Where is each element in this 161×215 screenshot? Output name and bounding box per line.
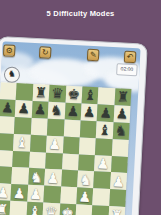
square[interactable]: ♟ — [11, 184, 28, 202]
square[interactable]: ♝ — [82, 86, 99, 104]
chess-piece: ♜ — [0, 202, 9, 215]
chess-piece: ♟ — [34, 102, 47, 117]
square[interactable] — [109, 189, 126, 207]
tablet-frame: ⚙ ↻ ✎ ↶ 02:00 ♞ ♜♛♚♝♜♟♟♟♞♟♟♟♟♝♞♝♟♟♞♟♞♟♟♟… — [0, 36, 148, 215]
chess-piece: ♟ — [96, 156, 109, 171]
square[interactable] — [93, 189, 110, 207]
square[interactable] — [14, 117, 31, 135]
square[interactable]: ♟ — [46, 135, 63, 153]
square[interactable]: ♞ — [113, 122, 130, 140]
chess-piece: ♟ — [17, 101, 30, 116]
square[interactable] — [111, 156, 128, 174]
chess-piece: ♟ — [115, 107, 128, 122]
chess-piece: ♚ — [67, 87, 80, 102]
app-screen: ⚙ ↻ ✎ ↶ 02:00 ♞ ♜♛♚♝♜♟♟♟♞♟♟♟♟♝♞♝♟♟♞♟♞♟♟♟… — [0, 41, 141, 215]
square[interactable] — [0, 82, 17, 100]
chess-piece: ♟ — [46, 171, 59, 186]
square[interactable]: ♟ — [81, 103, 98, 121]
square[interactable] — [78, 154, 95, 172]
square[interactable] — [0, 150, 13, 168]
refresh-icon: ↻ — [40, 47, 51, 59]
square[interactable]: ♝ — [26, 202, 43, 215]
undo-button[interactable]: ↶ — [124, 51, 137, 64]
square[interactable] — [60, 187, 77, 205]
square[interactable] — [98, 87, 115, 105]
square[interactable] — [44, 186, 61, 204]
square[interactable] — [29, 151, 46, 169]
square[interactable]: ♝ — [96, 121, 113, 139]
chess-piece: ♟ — [29, 187, 42, 202]
chess-piece: ♚ — [61, 205, 74, 215]
chess-piece: ♝ — [15, 135, 28, 150]
square[interactable]: ♟ — [76, 188, 93, 206]
square[interactable] — [0, 167, 13, 185]
square[interactable]: ♞ — [48, 102, 65, 120]
new-game-button[interactable]: ↻ — [39, 46, 52, 59]
chess-piece: ♟ — [48, 137, 61, 152]
square[interactable]: ♜ — [114, 88, 131, 106]
square[interactable] — [75, 205, 92, 215]
square[interactable] — [0, 133, 14, 151]
square[interactable] — [47, 119, 64, 137]
square[interactable] — [10, 201, 27, 215]
chess-piece: ♞ — [114, 123, 127, 138]
square[interactable] — [80, 120, 97, 138]
square[interactable] — [12, 167, 29, 185]
square[interactable]: ♛ — [43, 203, 60, 215]
chess-piece: ♝ — [98, 123, 111, 138]
square[interactable]: ♟ — [32, 101, 49, 119]
page-title: 5 Difficulty Modes — [0, 9, 161, 18]
timer-badge: 02:00 — [116, 63, 138, 76]
chess-piece: ♟ — [0, 185, 10, 200]
square[interactable]: ♜ — [32, 84, 49, 102]
menu-button[interactable]: ⚙ — [3, 44, 16, 57]
chess-piece: ♟ — [13, 186, 26, 201]
square[interactable] — [112, 139, 129, 157]
pencil-icon: ✎ — [88, 49, 99, 61]
chess-piece: ♟ — [1, 101, 14, 116]
chess-piece: ♞ — [79, 172, 92, 187]
square[interactable] — [31, 118, 48, 136]
square[interactable]: ♝ — [13, 134, 30, 152]
square[interactable] — [79, 137, 96, 155]
undo-arrow-icon: ↶ — [125, 51, 136, 63]
square[interactable]: ♞ — [77, 171, 94, 189]
square[interactable]: ♟ — [94, 155, 111, 173]
square[interactable]: ♛ — [49, 85, 66, 103]
chess-board[interactable]: ♜♛♚♝♜♟♟♟♞♟♟♟♟♝♞♝♟♟♞♟♞♟♟♟♟♟♜♝♛♚♜ — [0, 82, 132, 215]
square[interactable] — [63, 136, 80, 154]
square[interactable] — [45, 152, 62, 170]
chess-piece: ♛ — [45, 204, 58, 215]
black-knight-icon: ♞ — [8, 69, 17, 79]
square[interactable] — [93, 172, 110, 190]
square[interactable]: ♟ — [97, 104, 114, 122]
chess-piece: ♟ — [78, 189, 91, 204]
square[interactable] — [63, 119, 80, 137]
gear-icon: ⚙ — [4, 45, 15, 57]
square[interactable] — [92, 205, 109, 215]
chess-piece: ♝ — [84, 88, 97, 103]
chess-piece: ♛ — [51, 86, 64, 101]
chess-piece: ♜ — [116, 90, 129, 105]
square[interactable]: ♟ — [44, 169, 61, 187]
chess-piece: ♜ — [110, 208, 123, 215]
chess-piece: ♟ — [83, 105, 96, 120]
chess-piece: ♟ — [99, 106, 112, 121]
square[interactable]: ♟ — [15, 100, 32, 118]
square[interactable] — [16, 83, 33, 101]
square[interactable]: ♟ — [27, 185, 44, 203]
square[interactable] — [30, 135, 47, 153]
square[interactable] — [13, 151, 30, 169]
square[interactable] — [62, 153, 79, 171]
square[interactable]: ♟ — [110, 173, 127, 191]
chess-piece: ♜ — [34, 85, 47, 100]
square[interactable]: ♚ — [65, 86, 82, 104]
square[interactable]: ♞ — [28, 168, 45, 186]
chess-piece: ♝ — [28, 204, 41, 215]
square[interactable] — [61, 170, 78, 188]
chess-piece: ♟ — [112, 174, 125, 189]
chess-piece: ♞ — [50, 103, 63, 118]
square[interactable] — [95, 138, 112, 156]
edit-button[interactable]: ✎ — [87, 49, 100, 62]
square[interactable]: ♟ — [64, 102, 81, 120]
square[interactable]: ♜ — [108, 206, 125, 215]
square[interactable]: ♚ — [59, 204, 76, 215]
chess-piece: ♞ — [30, 170, 43, 185]
chess-piece: ♟ — [66, 104, 79, 119]
screenshot-root: 5 Difficulty Modes ⚙ ↻ ✎ ↶ 02:00 ♞ — [0, 0, 161, 215]
square[interactable]: ♟ — [113, 105, 130, 123]
square[interactable]: ♟ — [0, 99, 16, 117]
square[interactable] — [0, 116, 15, 134]
